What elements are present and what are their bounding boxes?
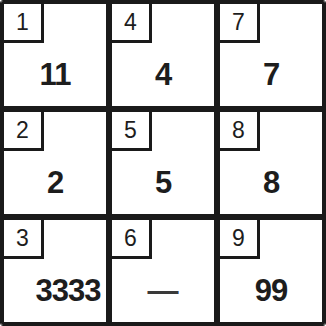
cell-number-box: 6 xyxy=(112,220,152,259)
grid-cell-6[interactable]: 6 — xyxy=(109,217,217,325)
cell-value-area: 8 xyxy=(220,151,322,214)
cell-value: 3333 xyxy=(36,275,101,306)
cell-number: 6 xyxy=(124,227,137,250)
grid-cell-1[interactable]: 1 11 xyxy=(1,1,109,109)
cell-value-area: 99 xyxy=(220,259,322,322)
cell-number: 4 xyxy=(124,11,137,34)
cell-number: 8 xyxy=(232,119,245,142)
grid-cell-8[interactable]: 8 8 xyxy=(217,109,325,217)
cell-value: 99 xyxy=(255,275,287,306)
grid-cell-7[interactable]: 7 7 xyxy=(217,1,325,109)
cell-value: 5 xyxy=(155,167,171,198)
cell-value-area: — xyxy=(112,259,214,322)
cell-number-box: 8 xyxy=(220,112,260,151)
cell-number-box: 9 xyxy=(220,220,260,259)
cell-number-box: 7 xyxy=(220,4,260,43)
cell-value-area: 5 xyxy=(112,151,214,214)
cell-number: 5 xyxy=(124,119,137,142)
cell-value: 2 xyxy=(47,167,63,198)
cell-value-area: 4 xyxy=(112,43,214,106)
cell-number-box: 2 xyxy=(4,112,44,151)
cell-value: 8 xyxy=(263,167,279,198)
cell-value-area: 2 xyxy=(4,151,106,214)
cell-number: 3 xyxy=(16,227,29,250)
cell-value: 11 xyxy=(40,59,71,90)
cell-value-area: 7 xyxy=(220,43,322,106)
cell-number: 9 xyxy=(232,227,245,250)
cell-number-box: 1 xyxy=(4,4,44,43)
cell-value-area: 3333 xyxy=(4,259,106,322)
cell-value: 7 xyxy=(263,59,279,90)
puzzle-board: 1 11 4 4 7 7 2 2 5 5 xyxy=(0,0,326,326)
grid-cell-5[interactable]: 5 5 xyxy=(109,109,217,217)
cell-value-area: 11 xyxy=(4,43,106,106)
grid-cell-4[interactable]: 4 4 xyxy=(109,1,217,109)
cell-value-dash: — xyxy=(148,275,179,306)
cell-number: 1 xyxy=(16,11,29,34)
cell-number: 2 xyxy=(16,119,29,142)
grid-cell-9[interactable]: 9 99 xyxy=(217,217,325,325)
grid-cell-3[interactable]: 3 3333 xyxy=(1,217,109,325)
cell-number-box: 5 xyxy=(112,112,152,151)
grid-cell-2[interactable]: 2 2 xyxy=(1,109,109,217)
cell-number: 7 xyxy=(232,11,245,34)
cell-number-box: 3 xyxy=(4,220,44,259)
cell-number-box: 4 xyxy=(112,4,152,43)
cell-value: 4 xyxy=(155,59,171,90)
